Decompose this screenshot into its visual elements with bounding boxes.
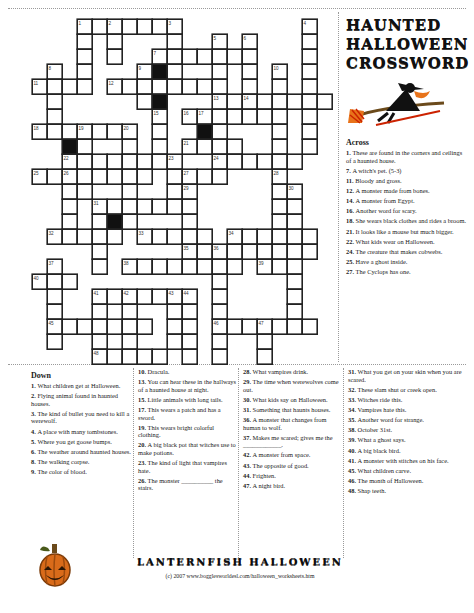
answer-cell[interactable] xyxy=(197,259,212,274)
clue-item: 23. The kind of light that vampires hate… xyxy=(138,459,238,474)
answer-cell[interactable] xyxy=(167,334,182,349)
answer-cell[interactable] xyxy=(167,64,182,79)
answer-cell[interactable] xyxy=(212,274,227,289)
answer-cell[interactable] xyxy=(272,184,287,199)
answer-cell[interactable] xyxy=(47,274,62,289)
answer-cell[interactable] xyxy=(47,304,62,319)
answer-cell[interactable] xyxy=(107,199,122,214)
answer-cell[interactable] xyxy=(302,64,317,79)
answer-cell[interactable] xyxy=(302,229,317,244)
clue-number: 14. xyxy=(346,197,356,204)
answer-cell[interactable] xyxy=(137,319,152,334)
answer-cell[interactable] xyxy=(212,304,227,319)
answer-cell[interactable] xyxy=(227,319,242,334)
clue-number-in-cell: 33 xyxy=(138,231,144,236)
clue-item: 11. Bloody and gross. xyxy=(346,177,468,185)
black-cell xyxy=(197,124,212,139)
answer-cell[interactable] xyxy=(122,319,137,334)
clue-number-in-cell: 27 xyxy=(183,171,189,176)
answer-cell[interactable] xyxy=(272,214,287,229)
answer-cell[interactable] xyxy=(167,199,182,214)
answer-cell[interactable] xyxy=(92,229,107,244)
clue-number-in-cell: 29 xyxy=(183,186,189,191)
clue-number-in-cell: 16 xyxy=(183,111,189,116)
clue-item: 40. A big black bird. xyxy=(348,447,468,455)
answer-cell[interactable] xyxy=(167,304,182,319)
answer-cell[interactable] xyxy=(122,199,137,214)
answer-cell[interactable] xyxy=(137,169,152,184)
answer-cell[interactable] xyxy=(152,139,167,154)
answer-cell[interactable] xyxy=(257,244,272,259)
clue-number: 47. xyxy=(243,482,253,489)
answer-cell[interactable] xyxy=(302,244,317,259)
down-clue-list-3: 28. What vampires drink.29. The time whe… xyxy=(243,368,343,489)
answer-cell[interactable] xyxy=(92,244,107,259)
witch-on-broom-icon xyxy=(348,77,468,135)
answer-cell[interactable] xyxy=(152,229,167,244)
clue-number: 46. xyxy=(348,477,358,484)
answer-cell[interactable] xyxy=(122,304,137,319)
clue-item: 5. Where you get goose bumps. xyxy=(31,438,131,446)
answer-cell[interactable] xyxy=(107,34,122,49)
clue-number: 27. xyxy=(346,268,356,275)
answer-cell[interactable] xyxy=(182,199,197,214)
answer-cell[interactable] xyxy=(77,319,92,334)
clue-number: 19. xyxy=(138,424,148,431)
clue-item: 39. What a ghost says. xyxy=(348,436,468,444)
answer-cell[interactable] xyxy=(62,274,77,289)
answer-cell[interactable] xyxy=(257,109,272,124)
answer-cell[interactable] xyxy=(77,229,92,244)
answer-cell[interactable] xyxy=(212,49,227,64)
answer-cell[interactable] xyxy=(122,139,137,154)
answer-cell[interactable] xyxy=(62,229,77,244)
answer-cell[interactable] xyxy=(302,34,317,49)
clue-number: 2. xyxy=(31,392,37,399)
answer-cell[interactable] xyxy=(182,79,197,94)
answer-cell[interactable] xyxy=(62,319,77,334)
answer-cell[interactable] xyxy=(302,49,317,64)
answer-cell[interactable] xyxy=(197,244,212,259)
clue-number: 6. xyxy=(31,448,37,455)
answer-cell[interactable] xyxy=(152,154,167,169)
answer-cell[interactable] xyxy=(77,169,92,184)
answer-cell[interactable] xyxy=(227,259,242,274)
answer-cell[interactable] xyxy=(197,229,212,244)
clue-number: 32. xyxy=(348,386,358,393)
clue-number-in-cell: 25 xyxy=(33,171,39,176)
clue-number: 36. xyxy=(243,416,253,423)
answer-cell[interactable] xyxy=(272,319,287,334)
answer-cell[interactable] xyxy=(302,79,317,94)
answer-cell[interactable] xyxy=(92,214,107,229)
answer-cell[interactable] xyxy=(182,319,197,334)
answer-cell[interactable] xyxy=(227,94,242,109)
answer-cell[interactable] xyxy=(47,169,62,184)
answer-cell[interactable] xyxy=(242,229,257,244)
across-heading: Across xyxy=(346,138,468,147)
clue-number: 38. xyxy=(348,426,358,433)
answer-cell[interactable] xyxy=(122,334,137,349)
lanternfish-logo: LANTERNFISH HALLOWEEN xyxy=(110,556,370,567)
clue-number: 42. xyxy=(243,451,253,458)
clue-number-in-cell: 47 xyxy=(258,321,264,326)
answer-cell[interactable] xyxy=(137,289,152,304)
clue-item: 1. What children get at Halloween. xyxy=(31,382,131,390)
clue-item: 19. This wears bright colorful clothing. xyxy=(138,424,238,439)
clue-number-in-cell: 48 xyxy=(93,351,99,356)
answer-cell[interactable] xyxy=(92,319,107,334)
clue-number-in-cell: 7 xyxy=(153,51,156,56)
clue-item: 15. Little animals with long tails. xyxy=(138,396,238,404)
right-column: HAUNTED HALLOWEEN CROSSWORD Across 1. Th… xyxy=(346,16,468,278)
clue-number: 12. xyxy=(346,187,356,194)
clue-number-in-cell: 46 xyxy=(213,321,219,326)
clue-number: 16. xyxy=(346,207,356,214)
answer-cell[interactable] xyxy=(182,349,197,364)
clue-item: 10. Dracula. xyxy=(138,368,238,376)
clue-number-in-cell: 2 xyxy=(108,21,111,26)
answer-cell[interactable] xyxy=(122,184,137,199)
answer-cell[interactable] xyxy=(182,304,197,319)
clue-number-in-cell: 40 xyxy=(33,276,39,281)
clue-number: 37. xyxy=(243,434,253,441)
clue-number: 39. xyxy=(348,436,358,443)
answer-cell[interactable] xyxy=(62,214,77,229)
answer-cell[interactable] xyxy=(122,214,137,229)
clue-number-in-cell: 6 xyxy=(243,36,246,41)
clue-number: 25. xyxy=(346,258,356,265)
answer-cell[interactable] xyxy=(92,334,107,349)
clue-number-in-cell: 45 xyxy=(48,321,54,326)
answer-cell[interactable] xyxy=(47,334,62,349)
answer-cell[interactable] xyxy=(212,259,227,274)
clue-number-in-cell: 44 xyxy=(183,291,189,296)
clue-item: 37. Makes me scared; gives me the ______… xyxy=(243,434,343,449)
answer-cell[interactable] xyxy=(152,349,167,364)
answer-cell[interactable] xyxy=(287,94,302,109)
answer-cell[interactable] xyxy=(107,49,122,64)
answer-cell[interactable] xyxy=(137,199,152,214)
clue-item: 21. It looks like a mouse but much bigge… xyxy=(346,228,468,236)
answer-cell[interactable] xyxy=(167,319,182,334)
clue-item: 14. A monster from Egypt. xyxy=(346,197,468,205)
clue-number-in-cell: 39 xyxy=(258,261,264,266)
clue-item: 44. Frighten. xyxy=(243,472,343,480)
answer-cell[interactable] xyxy=(47,124,62,139)
clue-item: 4. A place with many tombstones. xyxy=(31,428,131,436)
answer-cell[interactable] xyxy=(287,304,302,319)
clue-item: 7. A witch's pet. (5-3) xyxy=(346,167,468,175)
answer-cell[interactable] xyxy=(287,214,302,229)
answer-cell[interactable] xyxy=(122,154,137,169)
clue-number: 23. xyxy=(138,459,148,466)
answer-cell[interactable] xyxy=(47,94,62,109)
clue-number: 35. xyxy=(348,416,358,423)
answer-cell[interactable] xyxy=(92,259,107,274)
answer-cell[interactable] xyxy=(257,349,272,364)
answer-cell[interactable] xyxy=(272,244,287,259)
clue-number-in-cell: 22 xyxy=(63,156,69,161)
divider-col2 xyxy=(238,368,239,558)
clue-number-in-cell: 34 xyxy=(228,231,234,236)
clue-item: 32. These slam shut or creek open. xyxy=(348,386,468,394)
clue-number-in-cell: 30 xyxy=(288,186,294,191)
answer-cell[interactable] xyxy=(317,94,332,109)
answer-cell[interactable] xyxy=(272,154,287,169)
clue-item: 25. Have a ghost inside. xyxy=(346,258,468,266)
answer-cell[interactable] xyxy=(302,109,317,124)
answer-cell[interactable] xyxy=(107,154,122,169)
answer-cell[interactable] xyxy=(227,109,242,124)
answer-cell[interactable] xyxy=(287,199,302,214)
answer-cell[interactable] xyxy=(137,259,152,274)
clue-number-in-cell: 36 xyxy=(213,246,219,251)
answer-cell[interactable] xyxy=(302,94,317,109)
answer-cell[interactable] xyxy=(272,259,287,274)
answer-cell[interactable] xyxy=(257,334,272,349)
clue-item: 30. What kids say on Halloween. xyxy=(243,396,343,404)
black-cell xyxy=(152,64,167,79)
answer-cell[interactable] xyxy=(272,199,287,214)
clue-number-in-cell: 14 xyxy=(243,96,249,101)
answer-cell[interactable] xyxy=(77,79,92,94)
clue-number: 45. xyxy=(348,467,358,474)
clue-number: 34. xyxy=(348,406,358,413)
clue-number: 44. xyxy=(243,472,253,479)
clue-item: 31. What you get on your skin when you a… xyxy=(348,368,468,383)
clue-number-in-cell: 12 xyxy=(108,81,114,86)
answer-cell[interactable] xyxy=(167,79,182,94)
answer-cell[interactable] xyxy=(212,139,227,154)
clue-item: 33. Witches ride this. xyxy=(348,396,468,404)
answer-cell[interactable] xyxy=(287,229,302,244)
divider-grid-right xyxy=(338,12,339,362)
answer-cell[interactable] xyxy=(152,289,167,304)
answer-cell[interactable] xyxy=(227,139,242,154)
clue-number-in-cell: 19 xyxy=(78,126,84,131)
answer-cell[interactable] xyxy=(287,274,302,289)
answer-cell[interactable] xyxy=(62,124,77,139)
clue-item: 2. Flying animal found in haunted houses… xyxy=(31,392,131,407)
answer-cell[interactable] xyxy=(302,139,317,154)
clue-item: 27. The Cyclops has one. xyxy=(346,268,468,276)
answer-cell[interactable] xyxy=(182,259,197,274)
answer-cell[interactable] xyxy=(242,109,257,124)
answer-cell[interactable] xyxy=(152,79,167,94)
clue-item: 24. The creature that makes cobwebs. xyxy=(346,248,468,256)
answer-cell[interactable] xyxy=(122,349,137,364)
answer-cell[interactable] xyxy=(212,79,227,94)
answer-cell[interactable] xyxy=(242,154,257,169)
clue-number: 8. xyxy=(31,458,37,465)
across-clue-list-2: 31. What you get on your skin when you a… xyxy=(348,368,468,495)
clue-number-in-cell: 8 xyxy=(48,66,51,71)
answer-cell[interactable] xyxy=(137,94,152,109)
answer-cell[interactable] xyxy=(167,229,182,244)
down-column-1: Down 1. What children get at Halloween.2… xyxy=(31,368,131,478)
answer-cell[interactable] xyxy=(107,229,122,244)
answer-cell[interactable] xyxy=(197,139,212,154)
clue-number-in-cell: 37 xyxy=(48,261,54,266)
answer-cell[interactable] xyxy=(182,214,197,229)
answer-cell[interactable] xyxy=(77,64,92,79)
answer-cell[interactable] xyxy=(242,64,257,79)
clue-number: 5. xyxy=(31,438,37,445)
answer-cell[interactable] xyxy=(302,319,317,334)
divider-top xyxy=(8,8,466,9)
clue-number-in-cell: 9 xyxy=(138,66,141,71)
answer-cell[interactable] xyxy=(92,154,107,169)
clue-item: 20. A big black pot that witches use to … xyxy=(138,441,238,456)
answer-cell[interactable] xyxy=(77,139,92,154)
answer-cell[interactable] xyxy=(152,124,167,139)
clue-number-in-cell: 41 xyxy=(93,291,99,296)
answer-cell[interactable] xyxy=(257,229,272,244)
divider-col1 xyxy=(133,368,134,558)
answer-cell[interactable] xyxy=(227,154,242,169)
answer-cell[interactable] xyxy=(167,259,182,274)
down-clue-list-2: 10. Dracula.13. You can hear these in th… xyxy=(138,368,238,492)
answer-cell[interactable] xyxy=(167,169,182,184)
answer-cell[interactable] xyxy=(122,169,137,184)
clue-item: 38. October 31st. xyxy=(348,426,468,434)
clue-number-in-cell: 21 xyxy=(183,141,189,146)
answer-cell[interactable] xyxy=(212,64,227,79)
answer-cell[interactable] xyxy=(137,79,152,94)
clue-number: 21. xyxy=(346,228,356,235)
answer-cell[interactable] xyxy=(212,349,227,364)
answer-cell[interactable] xyxy=(272,139,287,154)
answer-cell[interactable] xyxy=(62,79,77,94)
clue-number-in-cell: 13 xyxy=(213,96,219,101)
answer-cell[interactable] xyxy=(182,49,197,64)
answer-cell[interactable] xyxy=(257,154,272,169)
clue-item: 16. Another word for scary. xyxy=(346,207,468,215)
answer-cell[interactable] xyxy=(257,94,272,109)
answer-cell[interactable] xyxy=(122,79,137,94)
answer-cell[interactable] xyxy=(167,34,182,49)
down-column-2: 10. Dracula.13. You can hear these in th… xyxy=(138,368,238,494)
clue-number: 7. xyxy=(346,167,352,174)
answer-cell[interactable] xyxy=(152,259,167,274)
answer-cell[interactable] xyxy=(137,154,152,169)
answer-cell[interactable] xyxy=(182,229,197,244)
answer-cell[interactable] xyxy=(212,109,227,124)
answer-cell[interactable] xyxy=(47,289,62,304)
clue-number-in-cell: 18 xyxy=(33,126,39,131)
answer-cell[interactable] xyxy=(77,154,92,169)
clue-number-in-cell: 42 xyxy=(123,291,129,296)
answer-cell[interactable] xyxy=(212,334,227,349)
clue-number: 24. xyxy=(346,248,356,255)
worksheet-page: 1234567891011121314151617181920212223242… xyxy=(0,0,474,613)
clue-item: 1. These are found in the corners and ce… xyxy=(346,149,468,164)
answer-cell[interactable] xyxy=(137,349,152,364)
answer-cell[interactable] xyxy=(77,34,92,49)
answer-cell[interactable] xyxy=(107,289,122,304)
answer-cell[interactable] xyxy=(287,154,302,169)
answer-cell[interactable] xyxy=(227,244,242,259)
answer-cell[interactable] xyxy=(242,49,257,64)
answer-cell[interactable] xyxy=(212,169,227,184)
clue-number: 30. xyxy=(243,396,253,403)
clue-item: 48. Shap teeth. xyxy=(348,487,468,495)
answer-cell[interactable] xyxy=(212,124,227,139)
answer-cell[interactable] xyxy=(272,109,287,124)
answer-cell[interactable] xyxy=(272,229,287,244)
clue-number: 43. xyxy=(243,462,253,469)
answer-cell[interactable] xyxy=(62,184,77,199)
clue-item: 41. A monster with stitches on his face. xyxy=(348,457,468,465)
answer-cell[interactable] xyxy=(182,334,197,349)
answer-cell[interactable] xyxy=(92,19,107,34)
down-heading: Down xyxy=(31,371,131,380)
across-clue-list: 1. These are found in the corners and ce… xyxy=(346,149,468,276)
answer-cell[interactable] xyxy=(92,124,107,139)
clue-number-in-cell: 17 xyxy=(198,111,204,116)
answer-cell[interactable] xyxy=(137,19,152,34)
answer-cell[interactable] xyxy=(62,199,77,214)
answer-cell[interactable] xyxy=(287,259,302,274)
answer-cell[interactable] xyxy=(272,124,287,139)
answer-cell[interactable] xyxy=(287,244,302,259)
answer-cell[interactable] xyxy=(197,49,212,64)
clue-item: 46. The month of Halloween. xyxy=(348,477,468,485)
answer-cell[interactable] xyxy=(47,109,62,124)
clue-item: 36. A monster that changes from human to… xyxy=(243,416,343,431)
answer-cell[interactable] xyxy=(287,319,302,334)
answer-cell[interactable] xyxy=(107,169,122,184)
answer-cell[interactable] xyxy=(272,79,287,94)
answer-cell[interactable] xyxy=(242,79,257,94)
answer-cell[interactable] xyxy=(77,49,92,64)
clue-number: 31. xyxy=(243,406,253,413)
page-title-line1: HAUNTED xyxy=(346,16,468,35)
answer-cell[interactable] xyxy=(302,124,317,139)
clue-item: 8. The walking corpse. xyxy=(31,458,131,466)
answer-cell[interactable] xyxy=(242,244,257,259)
answer-cell[interactable] xyxy=(167,184,182,199)
answer-cell[interactable] xyxy=(122,19,137,34)
answer-cell[interactable] xyxy=(242,319,257,334)
answer-cell[interactable] xyxy=(197,169,212,184)
clue-item: 29. The time when werewolves come out. xyxy=(243,378,343,393)
answer-cell[interactable] xyxy=(92,304,107,319)
answer-cell[interactable] xyxy=(107,124,122,139)
clue-item: 22. What kids wear on Halloween. xyxy=(346,238,468,246)
clue-number-in-cell: 4 xyxy=(303,21,306,26)
answer-cell[interactable] xyxy=(272,94,287,109)
answer-cell[interactable] xyxy=(212,289,227,304)
answer-cell[interactable] xyxy=(227,49,242,64)
crossword-grid[interactable]: 1234567891011121314151617181920212223242… xyxy=(31,18,334,366)
answer-cell[interactable] xyxy=(287,289,302,304)
clue-number: 18. xyxy=(346,217,356,224)
answer-cell[interactable] xyxy=(107,319,122,334)
answer-cell[interactable] xyxy=(152,19,167,34)
answer-cell[interactable] xyxy=(167,49,182,64)
clue-item: 31. Something that haunts houses. xyxy=(243,406,343,414)
answer-cell[interactable] xyxy=(47,79,62,94)
answer-cell[interactable] xyxy=(197,79,212,94)
answer-cell[interactable] xyxy=(152,199,167,214)
page-title-line3: CROSSWORD xyxy=(346,54,468,73)
clue-item: 42. A monster from space. xyxy=(243,451,343,459)
answer-cell[interactable] xyxy=(107,349,122,364)
answer-cell[interactable] xyxy=(77,184,92,199)
answer-cell[interactable] xyxy=(92,169,107,184)
